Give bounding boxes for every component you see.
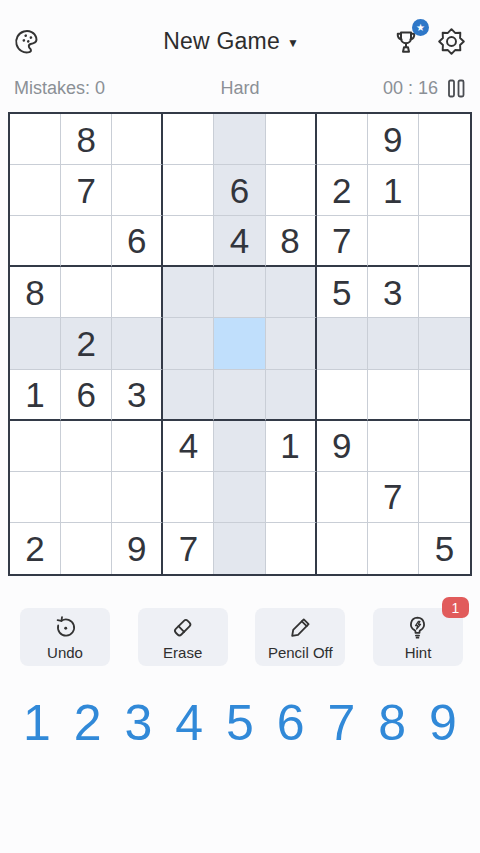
cell-r2c4[interactable] <box>163 165 214 216</box>
hint-label: Hint <box>405 644 432 661</box>
numpad-4[interactable]: 4 <box>166 696 212 751</box>
numpad-8[interactable]: 8 <box>369 696 415 751</box>
cell-r5c5[interactable] <box>214 318 265 369</box>
cell-r5c6[interactable] <box>266 318 317 369</box>
cell-r4c3[interactable] <box>112 267 163 318</box>
cell-r4c6[interactable] <box>266 267 317 318</box>
erase-button[interactable]: Erase <box>138 608 228 666</box>
cell-r7c7[interactable]: 9 <box>317 421 368 472</box>
cell-r4c2[interactable] <box>61 267 112 318</box>
cell-r1c8[interactable]: 9 <box>368 114 419 165</box>
settings-button[interactable] <box>437 27 466 56</box>
cell-r9c8[interactable] <box>368 523 419 574</box>
cell-r5c4[interactable] <box>163 318 214 369</box>
number-pad: 1 2 3 4 5 6 7 8 9 <box>0 696 480 751</box>
cell-r8c1[interactable] <box>10 472 61 523</box>
cell-r3c8[interactable] <box>368 216 419 267</box>
palette-icon <box>12 27 41 56</box>
cell-r6c3[interactable]: 3 <box>112 370 163 421</box>
cell-r4c7[interactable]: 5 <box>317 267 368 318</box>
cell-r2c6[interactable] <box>266 165 317 216</box>
cell-r3c2[interactable] <box>61 216 112 267</box>
cell-r5c1[interactable] <box>10 318 61 369</box>
cell-r7c6[interactable]: 1 <box>266 421 317 472</box>
cell-r2c2[interactable]: 7 <box>61 165 112 216</box>
cell-r7c5[interactable] <box>214 421 265 472</box>
cell-r4c9[interactable] <box>419 267 470 318</box>
cell-r4c5[interactable] <box>214 267 265 318</box>
cell-r2c3[interactable] <box>112 165 163 216</box>
timer: 00 : 16 <box>383 78 438 99</box>
sudoku-board: 8976216487853216341972975 <box>8 112 472 576</box>
cell-r5c2[interactable]: 2 <box>61 318 112 369</box>
undo-label: Undo <box>47 644 83 661</box>
pencil-mode-button[interactable]: Pencil Off <box>255 608 345 666</box>
hint-count-badge: 1 <box>442 597 469 618</box>
cell-r6c6[interactable] <box>266 370 317 421</box>
cell-r8c3[interactable] <box>112 472 163 523</box>
hint-button[interactable]: Hint 1 <box>373 608 463 666</box>
cell-r7c2[interactable] <box>61 421 112 472</box>
erase-label: Erase <box>163 644 202 661</box>
cell-r4c1[interactable]: 8 <box>10 267 61 318</box>
pencil-mode-label: Pencil Off <box>268 644 333 661</box>
cell-r4c8[interactable]: 3 <box>368 267 419 318</box>
cell-r9c9[interactable]: 5 <box>419 523 470 574</box>
cell-r6c1[interactable]: 1 <box>10 370 61 421</box>
difficulty-label: Hard <box>165 78 316 99</box>
cell-r9c4[interactable]: 7 <box>163 523 214 574</box>
game-menu-button[interactable]: New Game ▼ <box>82 28 380 55</box>
cell-r1c9[interactable] <box>419 114 470 165</box>
cell-r9c7[interactable] <box>317 523 368 574</box>
cell-r3c9[interactable] <box>419 216 470 267</box>
cell-r5c9[interactable] <box>419 318 470 369</box>
cell-r2c1[interactable] <box>10 165 61 216</box>
cell-r8c9[interactable] <box>419 472 470 523</box>
star-badge: ★ <box>412 19 429 36</box>
cell-r1c2[interactable]: 8 <box>61 114 112 165</box>
cell-r6c8[interactable] <box>368 370 419 421</box>
cell-r3c1[interactable] <box>10 216 61 267</box>
pause-button[interactable] <box>447 78 466 99</box>
cell-r6c7[interactable] <box>317 370 368 421</box>
cell-r1c5[interactable] <box>214 114 265 165</box>
cell-r4c4[interactable] <box>163 267 214 318</box>
undo-button[interactable]: Undo <box>20 608 110 666</box>
cell-r5c3[interactable] <box>112 318 163 369</box>
cell-r6c5[interactable] <box>214 370 265 421</box>
status-bar: Mistakes: 0 Hard 00 : 16 <box>0 76 480 100</box>
cell-r1c1[interactable] <box>10 114 61 165</box>
numpad-3[interactable]: 3 <box>116 696 162 751</box>
cell-r2c9[interactable] <box>419 165 470 216</box>
cell-r8c2[interactable] <box>61 472 112 523</box>
hint-bulb-icon <box>404 614 431 641</box>
cell-r2c7[interactable]: 2 <box>317 165 368 216</box>
cell-r3c3[interactable]: 6 <box>112 216 163 267</box>
cell-r1c7[interactable] <box>317 114 368 165</box>
star-icon: ★ <box>416 22 425 33</box>
numpad-1[interactable]: 1 <box>14 696 60 751</box>
mistakes-label: Mistakes: 0 <box>14 78 165 99</box>
cell-r8c5[interactable] <box>214 472 265 523</box>
cell-r8c4[interactable] <box>163 472 214 523</box>
cell-r5c7[interactable] <box>317 318 368 369</box>
numpad-6[interactable]: 6 <box>268 696 314 751</box>
cell-r7c9[interactable] <box>419 421 470 472</box>
cell-r6c9[interactable] <box>419 370 470 421</box>
cell-r8c8[interactable]: 7 <box>368 472 419 523</box>
cell-r9c5[interactable] <box>214 523 265 574</box>
cell-r3c7[interactable]: 7 <box>317 216 368 267</box>
trophy-button[interactable]: ★ <box>391 26 421 56</box>
cell-r3c4[interactable] <box>163 216 214 267</box>
action-toolbar: Undo Erase Pencil Off <box>0 608 480 666</box>
cell-r2c8[interactable]: 1 <box>368 165 419 216</box>
cell-r9c1[interactable]: 2 <box>10 523 61 574</box>
numpad-2[interactable]: 2 <box>65 696 111 751</box>
numpad-9[interactable]: 9 <box>420 696 466 751</box>
pencil-icon <box>287 614 314 641</box>
cell-r8c7[interactable] <box>317 472 368 523</box>
gear-icon <box>437 27 466 56</box>
cell-r1c4[interactable] <box>163 114 214 165</box>
numpad-7[interactable]: 7 <box>319 696 365 751</box>
sudoku-app: New Game ▼ ★ <box>0 0 480 853</box>
eraser-icon <box>169 614 196 641</box>
cell-r2c5[interactable]: 6 <box>214 165 265 216</box>
theme-palette-button[interactable] <box>12 27 41 56</box>
top-bar: New Game ▼ ★ <box>0 0 480 64</box>
cell-r3c6[interactable]: 8 <box>266 216 317 267</box>
page-title: New Game <box>163 28 280 55</box>
cell-r7c1[interactable] <box>10 421 61 472</box>
cell-r9c6[interactable] <box>266 523 317 574</box>
cell-r6c2[interactable]: 6 <box>61 370 112 421</box>
pause-icon <box>447 78 466 99</box>
undo-icon <box>52 614 79 641</box>
chevron-down-icon: ▼ <box>287 33 299 50</box>
cell-r1c3[interactable] <box>112 114 163 165</box>
cell-r3c5[interactable]: 4 <box>214 216 265 267</box>
cell-r7c3[interactable] <box>112 421 163 472</box>
cell-r7c4[interactable]: 4 <box>163 421 214 472</box>
cell-r5c8[interactable] <box>368 318 419 369</box>
numpad-5[interactable]: 5 <box>217 696 263 751</box>
cell-r9c3[interactable]: 9 <box>112 523 163 574</box>
cell-r9c2[interactable] <box>61 523 112 574</box>
cell-r7c8[interactable] <box>368 421 419 472</box>
cell-r8c6[interactable] <box>266 472 317 523</box>
cell-r6c4[interactable] <box>163 370 214 421</box>
cell-r1c6[interactable] <box>266 114 317 165</box>
